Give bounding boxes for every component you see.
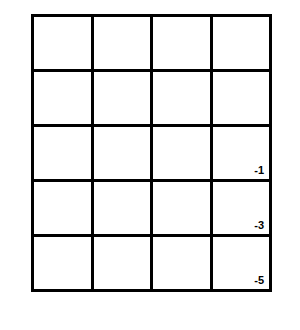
cell-r1c2	[94, 17, 151, 69]
cell-r2c3	[153, 72, 210, 124]
cell-r4c1	[34, 182, 91, 234]
cell-r5c4: -5	[213, 237, 270, 289]
cell-r4c2	[94, 182, 151, 234]
cell-r4c3	[153, 182, 210, 234]
cell-r3c1	[34, 127, 91, 179]
cell-r3c4: -1	[213, 127, 270, 179]
cell-r4c4: -3	[213, 182, 270, 234]
cell-r2c1	[34, 72, 91, 124]
cell-r2c2	[94, 72, 151, 124]
page-background: -1 -3 -5	[0, 0, 300, 330]
cell-r2c4	[213, 72, 270, 124]
cell-r5c3	[153, 237, 210, 289]
cell-r3c2	[94, 127, 151, 179]
cell-r5c2	[94, 237, 151, 289]
cell-r3c3	[153, 127, 210, 179]
cell-r5c1	[34, 237, 91, 289]
cell-r1c3	[153, 17, 210, 69]
puzzle-board: -1 -3 -5	[31, 14, 272, 292]
cell-r1c1	[34, 17, 91, 69]
cell-r1c4	[213, 17, 270, 69]
